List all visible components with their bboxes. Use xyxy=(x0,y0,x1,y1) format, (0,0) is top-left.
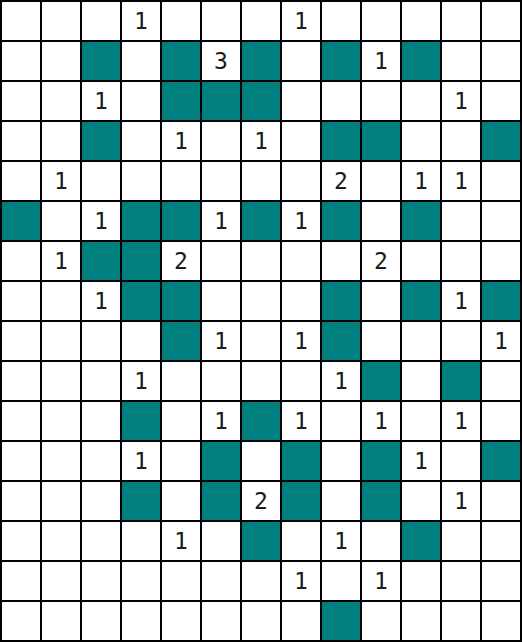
cell-r3c6[interactable]: 1 xyxy=(242,122,280,160)
cell-r6c6[interactable] xyxy=(242,242,280,280)
cell-r2c8[interactable] xyxy=(322,82,360,120)
cell-r2c1[interactable] xyxy=(42,82,80,120)
cell-r6c2[interactable] xyxy=(82,242,120,280)
cell-r3c10[interactable] xyxy=(402,122,440,160)
cell-r3c12[interactable] xyxy=(482,122,520,160)
cell-r0c4[interactable] xyxy=(162,2,200,40)
cell-r5c5[interactable]: 1 xyxy=(202,202,240,240)
cell-r15c9[interactable] xyxy=(362,602,400,640)
cell-r7c3[interactable] xyxy=(122,282,160,320)
cell-r7c6[interactable] xyxy=(242,282,280,320)
cell-r13c12[interactable] xyxy=(482,522,520,560)
cell-r12c7[interactable] xyxy=(282,482,320,520)
cell-r0c1[interactable] xyxy=(42,2,80,40)
cell-r1c9[interactable]: 1 xyxy=(362,42,400,80)
cell-r6c3[interactable] xyxy=(122,242,160,280)
cell-r14c3[interactable] xyxy=(122,562,160,600)
cell-r15c0[interactable] xyxy=(2,602,40,640)
cell-r11c8[interactable] xyxy=(322,442,360,480)
cell-r9c0[interactable] xyxy=(2,362,40,400)
cell-r3c1[interactable] xyxy=(42,122,80,160)
cell-r6c11[interactable] xyxy=(442,242,480,280)
cell-r1c8[interactable] xyxy=(322,42,360,80)
cell-r4c12[interactable] xyxy=(482,162,520,200)
cell-r14c8[interactable] xyxy=(322,562,360,600)
cell-r3c5[interactable] xyxy=(202,122,240,160)
cell-r2c2[interactable]: 1 xyxy=(82,82,120,120)
cell-r14c9[interactable]: 1 xyxy=(362,562,400,600)
cell-r8c6[interactable] xyxy=(242,322,280,360)
cell-r5c0[interactable] xyxy=(2,202,40,240)
cell-r2c9[interactable] xyxy=(362,82,400,120)
cell-r14c10[interactable] xyxy=(402,562,440,600)
cell-r15c11[interactable] xyxy=(442,602,480,640)
cell-r14c11[interactable] xyxy=(442,562,480,600)
cell-r0c0[interactable] xyxy=(2,2,40,40)
cell-r1c12[interactable] xyxy=(482,42,520,80)
cell-r13c9[interactable] xyxy=(362,522,400,560)
cell-r14c7[interactable]: 1 xyxy=(282,562,320,600)
cell-r10c11[interactable]: 1 xyxy=(442,402,480,440)
cell-r14c6[interactable] xyxy=(242,562,280,600)
cell-r3c8[interactable] xyxy=(322,122,360,160)
cell-r15c7[interactable] xyxy=(282,602,320,640)
cell-r0c6[interactable] xyxy=(242,2,280,40)
cell-r7c5[interactable] xyxy=(202,282,240,320)
cell-r3c9[interactable] xyxy=(362,122,400,160)
cell-r6c12[interactable] xyxy=(482,242,520,280)
cell-r7c1[interactable] xyxy=(42,282,80,320)
cell-r12c4[interactable] xyxy=(162,482,200,520)
cell-r8c11[interactable] xyxy=(442,322,480,360)
cell-r6c1[interactable]: 1 xyxy=(42,242,80,280)
cell-r8c7[interactable]: 1 xyxy=(282,322,320,360)
cell-r13c1[interactable] xyxy=(42,522,80,560)
cell-r15c8[interactable] xyxy=(322,602,360,640)
cell-r14c0[interactable] xyxy=(2,562,40,600)
cell-r3c0[interactable] xyxy=(2,122,40,160)
cell-r10c4[interactable] xyxy=(162,402,200,440)
cell-r10c8[interactable] xyxy=(322,402,360,440)
cell-r15c6[interactable] xyxy=(242,602,280,640)
cell-r10c0[interactable] xyxy=(2,402,40,440)
cell-r9c12[interactable] xyxy=(482,362,520,400)
cell-r10c10[interactable] xyxy=(402,402,440,440)
cell-r13c6[interactable] xyxy=(242,522,280,560)
cell-r5c7[interactable]: 1 xyxy=(282,202,320,240)
cell-r13c11[interactable] xyxy=(442,522,480,560)
cell-r4c8[interactable]: 2 xyxy=(322,162,360,200)
cell-r2c10[interactable] xyxy=(402,82,440,120)
cell-r2c7[interactable] xyxy=(282,82,320,120)
cell-r10c1[interactable] xyxy=(42,402,80,440)
cell-r12c0[interactable] xyxy=(2,482,40,520)
cell-r1c5[interactable]: 3 xyxy=(202,42,240,80)
cell-r0c2[interactable] xyxy=(82,2,120,40)
cell-r9c5[interactable] xyxy=(202,362,240,400)
cell-r8c2[interactable] xyxy=(82,322,120,360)
cell-r6c4[interactable]: 2 xyxy=(162,242,200,280)
cell-r3c11[interactable] xyxy=(442,122,480,160)
cell-r9c7[interactable] xyxy=(282,362,320,400)
cell-r1c3[interactable] xyxy=(122,42,160,80)
cell-r4c1[interactable]: 1 xyxy=(42,162,80,200)
cell-r14c4[interactable] xyxy=(162,562,200,600)
cell-r13c7[interactable] xyxy=(282,522,320,560)
cell-r8c12[interactable]: 1 xyxy=(482,322,520,360)
cell-r5c12[interactable] xyxy=(482,202,520,240)
cell-r12c9[interactable] xyxy=(362,482,400,520)
puzzle-board: 1131111112111111221111111111111211111 xyxy=(0,0,522,642)
cell-r2c5[interactable] xyxy=(202,82,240,120)
cell-r15c3[interactable] xyxy=(122,602,160,640)
cell-r7c11[interactable]: 1 xyxy=(442,282,480,320)
cell-r0c10[interactable] xyxy=(402,2,440,40)
cell-r4c6[interactable] xyxy=(242,162,280,200)
cell-r12c5[interactable] xyxy=(202,482,240,520)
cell-r11c6[interactable] xyxy=(242,442,280,480)
cell-r3c4[interactable]: 1 xyxy=(162,122,200,160)
cell-r2c11[interactable]: 1 xyxy=(442,82,480,120)
cell-r14c5[interactable] xyxy=(202,562,240,600)
cell-r14c12[interactable] xyxy=(482,562,520,600)
cell-r0c11[interactable] xyxy=(442,2,480,40)
cell-r4c10[interactable]: 1 xyxy=(402,162,440,200)
cell-r10c5[interactable]: 1 xyxy=(202,402,240,440)
cell-r8c10[interactable] xyxy=(402,322,440,360)
cell-r5c4[interactable] xyxy=(162,202,200,240)
cell-r3c2[interactable] xyxy=(82,122,120,160)
cell-r12c10[interactable] xyxy=(402,482,440,520)
cell-r4c2[interactable] xyxy=(82,162,120,200)
cell-r9c9[interactable] xyxy=(362,362,400,400)
cell-r12c8[interactable] xyxy=(322,482,360,520)
cell-r10c7[interactable]: 1 xyxy=(282,402,320,440)
cell-r4c5[interactable] xyxy=(202,162,240,200)
cell-r5c6[interactable] xyxy=(242,202,280,240)
cell-r15c1[interactable] xyxy=(42,602,80,640)
cell-r1c2[interactable] xyxy=(82,42,120,80)
cell-r2c12[interactable] xyxy=(482,82,520,120)
cell-r4c7[interactable] xyxy=(282,162,320,200)
cell-r11c12[interactable] xyxy=(482,442,520,480)
cell-r9c4[interactable] xyxy=(162,362,200,400)
cell-r8c8[interactable] xyxy=(322,322,360,360)
cell-r6c8[interactable] xyxy=(322,242,360,280)
cell-r9c11[interactable] xyxy=(442,362,480,400)
cell-r10c9[interactable]: 1 xyxy=(362,402,400,440)
cell-r11c1[interactable] xyxy=(42,442,80,480)
cell-r6c5[interactable] xyxy=(202,242,240,280)
cell-r6c9[interactable]: 2 xyxy=(362,242,400,280)
cell-r12c6[interactable]: 2 xyxy=(242,482,280,520)
cell-r10c6[interactable] xyxy=(242,402,280,440)
cell-r10c12[interactable] xyxy=(482,402,520,440)
cell-r5c10[interactable] xyxy=(402,202,440,240)
cell-r0c5[interactable] xyxy=(202,2,240,40)
cell-r0c8[interactable] xyxy=(322,2,360,40)
cell-r4c4[interactable] xyxy=(162,162,200,200)
cell-r11c4[interactable] xyxy=(162,442,200,480)
cell-r5c1[interactable] xyxy=(42,202,80,240)
cell-r0c3[interactable]: 1 xyxy=(122,2,160,40)
cell-r4c9[interactable] xyxy=(362,162,400,200)
cell-r7c9[interactable] xyxy=(362,282,400,320)
cell-r13c10[interactable] xyxy=(402,522,440,560)
cell-r11c11[interactable] xyxy=(442,442,480,480)
cell-r0c9[interactable] xyxy=(362,2,400,40)
cell-r12c3[interactable] xyxy=(122,482,160,520)
cell-r11c3[interactable]: 1 xyxy=(122,442,160,480)
cell-r14c2[interactable] xyxy=(82,562,120,600)
cell-r7c10[interactable] xyxy=(402,282,440,320)
cell-r11c0[interactable] xyxy=(2,442,40,480)
cell-r12c12[interactable] xyxy=(482,482,520,520)
cell-r5c3[interactable] xyxy=(122,202,160,240)
cell-r9c8[interactable]: 1 xyxy=(322,362,360,400)
cell-r8c5[interactable]: 1 xyxy=(202,322,240,360)
cell-r12c11[interactable]: 1 xyxy=(442,482,480,520)
cell-r13c2[interactable] xyxy=(82,522,120,560)
cell-r7c4[interactable] xyxy=(162,282,200,320)
cell-r15c10[interactable] xyxy=(402,602,440,640)
cell-r11c2[interactable] xyxy=(82,442,120,480)
cell-r11c9[interactable] xyxy=(362,442,400,480)
cell-r1c1[interactable] xyxy=(42,42,80,80)
cell-r2c6[interactable] xyxy=(242,82,280,120)
cell-r13c3[interactable] xyxy=(122,522,160,560)
cell-r2c0[interactable] xyxy=(2,82,40,120)
cell-r1c0[interactable] xyxy=(2,42,40,80)
cell-r15c5[interactable] xyxy=(202,602,240,640)
cell-r3c7[interactable] xyxy=(282,122,320,160)
cell-r5c8[interactable] xyxy=(322,202,360,240)
cell-r8c0[interactable] xyxy=(2,322,40,360)
cell-r9c2[interactable] xyxy=(82,362,120,400)
cell-r1c11[interactable] xyxy=(442,42,480,80)
cell-r10c2[interactable] xyxy=(82,402,120,440)
cell-r7c0[interactable] xyxy=(2,282,40,320)
cell-r4c0[interactable] xyxy=(2,162,40,200)
cell-r7c7[interactable] xyxy=(282,282,320,320)
cell-r13c8[interactable]: 1 xyxy=(322,522,360,560)
cell-r0c12[interactable] xyxy=(482,2,520,40)
cell-r9c10[interactable] xyxy=(402,362,440,400)
cell-r8c9[interactable] xyxy=(362,322,400,360)
cell-r2c3[interactable] xyxy=(122,82,160,120)
cell-r6c10[interactable] xyxy=(402,242,440,280)
cell-r15c12[interactable] xyxy=(482,602,520,640)
cell-r1c6[interactable] xyxy=(242,42,280,80)
cell-r8c1[interactable] xyxy=(42,322,80,360)
cell-r1c7[interactable] xyxy=(282,42,320,80)
cell-r8c4[interactable] xyxy=(162,322,200,360)
cell-r3c3[interactable] xyxy=(122,122,160,160)
cell-r11c5[interactable] xyxy=(202,442,240,480)
cell-r11c7[interactable] xyxy=(282,442,320,480)
cell-r6c7[interactable] xyxy=(282,242,320,280)
cell-r7c2[interactable]: 1 xyxy=(82,282,120,320)
cell-r1c10[interactable] xyxy=(402,42,440,80)
cell-r9c3[interactable]: 1 xyxy=(122,362,160,400)
cell-r14c1[interactable] xyxy=(42,562,80,600)
cell-r15c2[interactable] xyxy=(82,602,120,640)
cell-r13c0[interactable] xyxy=(2,522,40,560)
cell-r9c1[interactable] xyxy=(42,362,80,400)
cell-r13c5[interactable] xyxy=(202,522,240,560)
cell-r12c2[interactable] xyxy=(82,482,120,520)
cell-r5c2[interactable]: 1 xyxy=(82,202,120,240)
cell-r7c12[interactable] xyxy=(482,282,520,320)
cell-r8c3[interactable] xyxy=(122,322,160,360)
cell-r7c8[interactable] xyxy=(322,282,360,320)
cell-r15c4[interactable] xyxy=(162,602,200,640)
cell-r12c1[interactable] xyxy=(42,482,80,520)
cell-r5c9[interactable] xyxy=(362,202,400,240)
cell-r2c4[interactable] xyxy=(162,82,200,120)
cell-r4c3[interactable] xyxy=(122,162,160,200)
cell-r11c10[interactable]: 1 xyxy=(402,442,440,480)
cell-r4c11[interactable]: 1 xyxy=(442,162,480,200)
cell-r1c4[interactable] xyxy=(162,42,200,80)
cell-r10c3[interactable] xyxy=(122,402,160,440)
cell-r0c7[interactable]: 1 xyxy=(282,2,320,40)
cell-r13c4[interactable]: 1 xyxy=(162,522,200,560)
cell-r5c11[interactable] xyxy=(442,202,480,240)
cell-r6c0[interactable] xyxy=(2,242,40,280)
cell-r9c6[interactable] xyxy=(242,362,280,400)
